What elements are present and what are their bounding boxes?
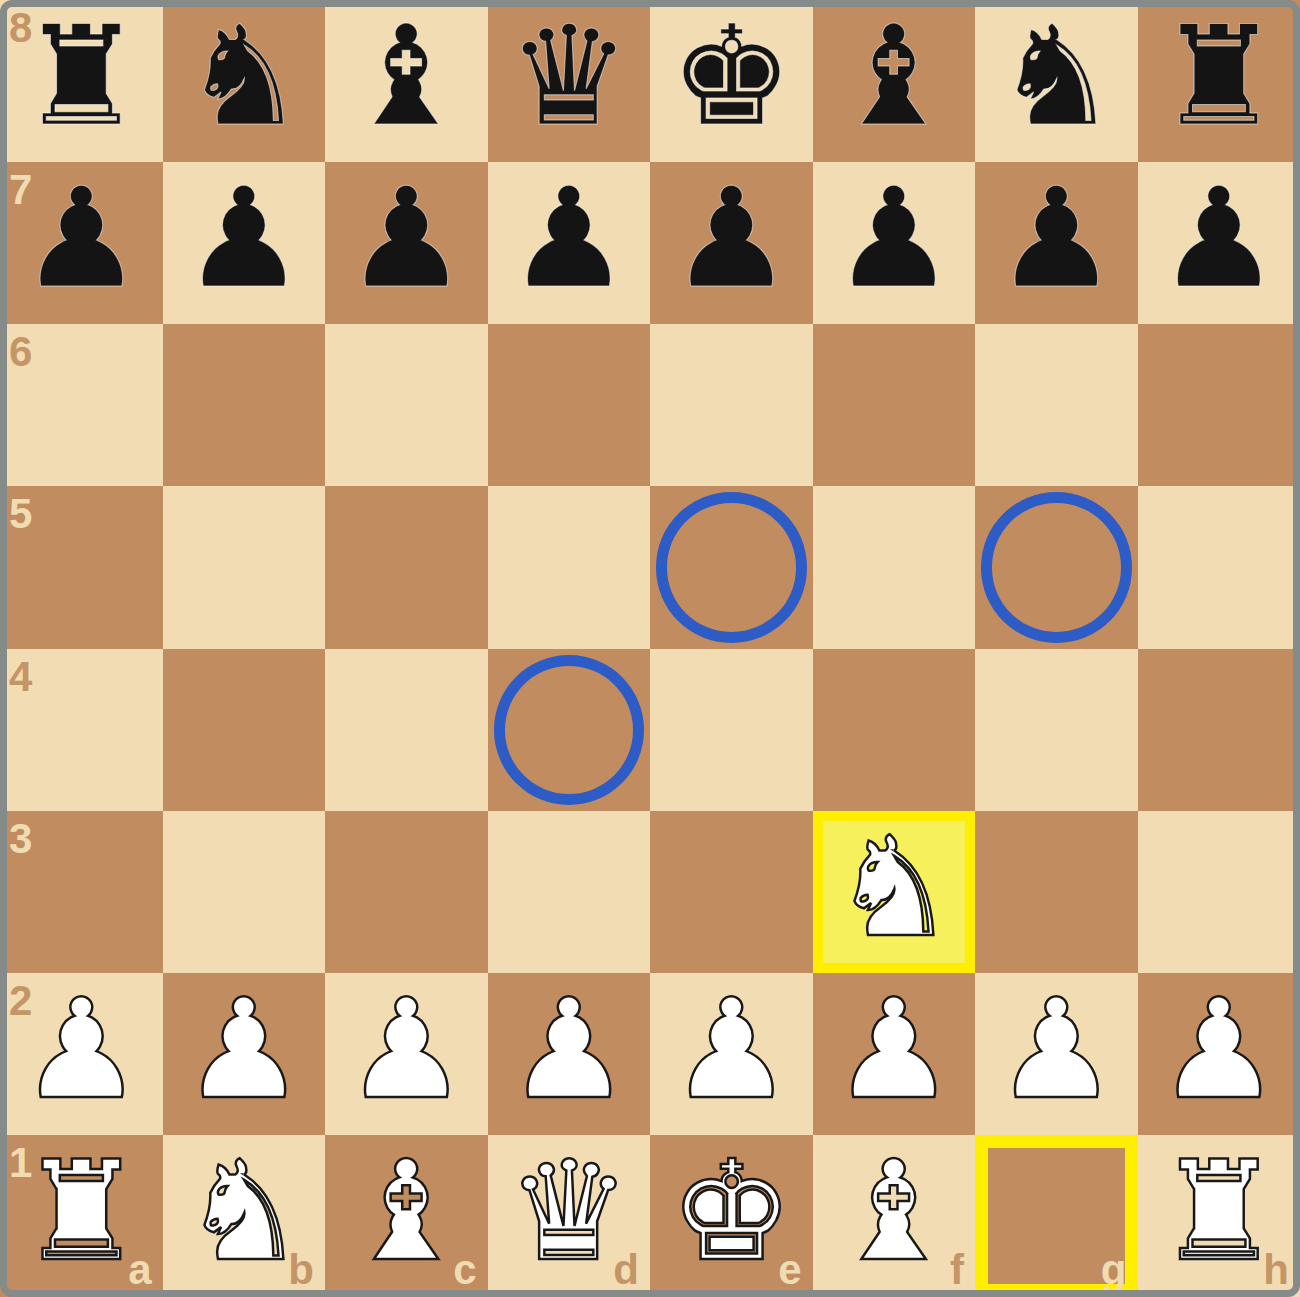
square-e5[interactable] — [650, 486, 813, 648]
piece-black-rook[interactable]: ♜ — [1157, 8, 1281, 146]
piece-black-pawn[interactable]: ♟ — [19, 170, 143, 308]
square-c3[interactable] — [325, 811, 488, 973]
square-c1[interactable]: ♝c — [325, 1135, 488, 1297]
square-a6[interactable]: 6 — [0, 324, 163, 486]
piece-white-rook[interactable]: ♜ — [1157, 1143, 1281, 1281]
piece-black-pawn[interactable]: ♟ — [832, 170, 956, 308]
piece-black-pawn[interactable]: ♟ — [182, 170, 306, 308]
piece-black-bishop[interactable]: ♝ — [832, 8, 956, 146]
piece-black-queen[interactable]: ♛ — [507, 8, 631, 146]
square-d4[interactable] — [488, 649, 651, 811]
square-d3[interactable] — [488, 811, 651, 973]
square-g4[interactable] — [975, 649, 1138, 811]
square-c7[interactable]: ♟ — [325, 162, 488, 324]
piece-black-pawn[interactable]: ♟ — [994, 170, 1118, 308]
square-f5[interactable] — [813, 486, 976, 648]
square-g5[interactable] — [975, 486, 1138, 648]
piece-black-pawn[interactable]: ♟ — [507, 170, 631, 308]
square-b8[interactable]: ♞ — [163, 0, 326, 162]
square-f8[interactable]: ♝ — [813, 0, 976, 162]
piece-black-king[interactable]: ♚ — [669, 8, 793, 146]
piece-white-queen[interactable]: ♛ — [507, 1143, 631, 1281]
square-c5[interactable] — [325, 486, 488, 648]
square-b7[interactable]: ♟ — [163, 162, 326, 324]
square-e6[interactable] — [650, 324, 813, 486]
square-g3[interactable] — [975, 811, 1138, 973]
square-h5[interactable] — [1138, 486, 1300, 648]
piece-black-pawn[interactable]: ♟ — [344, 170, 468, 308]
rank-label-5: 5 — [9, 493, 32, 535]
square-b2[interactable]: ♟ — [163, 973, 326, 1135]
rank-label-4: 4 — [9, 656, 32, 698]
square-f6[interactable] — [813, 324, 976, 486]
square-b5[interactable] — [163, 486, 326, 648]
square-a8[interactable]: ♜8 — [0, 0, 163, 162]
square-e7[interactable]: ♟ — [650, 162, 813, 324]
move-hint-ring-e5 — [656, 492, 807, 642]
piece-white-pawn[interactable]: ♟ — [19, 981, 143, 1119]
square-f2[interactable]: ♟ — [813, 973, 976, 1135]
piece-white-pawn[interactable]: ♟ — [832, 981, 956, 1119]
square-e8[interactable]: ♚ — [650, 0, 813, 162]
square-c8[interactable]: ♝ — [325, 0, 488, 162]
square-d7[interactable]: ♟ — [488, 162, 651, 324]
square-c4[interactable] — [325, 649, 488, 811]
piece-black-bishop[interactable]: ♝ — [344, 8, 468, 146]
square-d5[interactable] — [488, 486, 651, 648]
piece-white-pawn[interactable]: ♟ — [669, 981, 793, 1119]
piece-white-rook[interactable]: ♜ — [19, 1143, 143, 1281]
square-f3[interactable]: ♞ — [813, 811, 976, 973]
piece-black-pawn[interactable]: ♟ — [1157, 170, 1281, 308]
chess-board-wrapper: ♜8♞♝♛♚♝♞♜♟7♟♟♟♟♟♟♟6543♞♟2♟♟♟♟♟♟♟♜1a♞b♝c♛… — [0, 0, 1300, 1297]
square-h6[interactable] — [1138, 324, 1300, 486]
piece-white-king[interactable]: ♚ — [669, 1143, 793, 1281]
piece-black-knight[interactable]: ♞ — [182, 8, 306, 146]
square-c6[interactable] — [325, 324, 488, 486]
piece-white-bishop[interactable]: ♝ — [344, 1143, 468, 1281]
square-g6[interactable] — [975, 324, 1138, 486]
square-h2[interactable]: ♟ — [1138, 973, 1300, 1135]
square-h4[interactable] — [1138, 649, 1300, 811]
rank-label-6: 6 — [9, 331, 32, 373]
square-b4[interactable] — [163, 649, 326, 811]
square-a3[interactable]: 3 — [0, 811, 163, 973]
square-g1[interactable]: g — [975, 1135, 1138, 1297]
square-e4[interactable] — [650, 649, 813, 811]
square-a4[interactable]: 4 — [0, 649, 163, 811]
square-g7[interactable]: ♟ — [975, 162, 1138, 324]
piece-white-pawn[interactable]: ♟ — [507, 981, 631, 1119]
square-c2[interactable]: ♟ — [325, 973, 488, 1135]
square-a5[interactable]: 5 — [0, 486, 163, 648]
move-hint-ring-d4 — [494, 655, 645, 805]
square-h1[interactable]: ♜h — [1138, 1135, 1300, 1297]
piece-white-pawn[interactable]: ♟ — [182, 981, 306, 1119]
piece-black-pawn[interactable]: ♟ — [669, 170, 793, 308]
square-a7[interactable]: ♟7 — [0, 162, 163, 324]
square-b3[interactable] — [163, 811, 326, 973]
square-d8[interactable]: ♛ — [488, 0, 651, 162]
square-h3[interactable] — [1138, 811, 1300, 973]
square-a2[interactable]: ♟2 — [0, 973, 163, 1135]
square-e3[interactable] — [650, 811, 813, 973]
square-e2[interactable]: ♟ — [650, 973, 813, 1135]
chess-board: ♜8♞♝♛♚♝♞♜♟7♟♟♟♟♟♟♟6543♞♟2♟♟♟♟♟♟♟♜1a♞b♝c♛… — [0, 0, 1300, 1297]
square-d1[interactable]: ♛d — [488, 1135, 651, 1297]
rank-label-3: 3 — [9, 818, 32, 860]
piece-white-knight[interactable]: ♞ — [832, 819, 956, 957]
file-label-g: g — [1101, 1249, 1127, 1291]
piece-white-bishop[interactable]: ♝ — [832, 1143, 956, 1281]
square-d6[interactable] — [488, 324, 651, 486]
square-h7[interactable]: ♟ — [1138, 162, 1300, 324]
square-d2[interactable]: ♟ — [488, 973, 651, 1135]
piece-white-pawn[interactable]: ♟ — [344, 981, 468, 1119]
square-b6[interactable] — [163, 324, 326, 486]
piece-white-pawn[interactable]: ♟ — [994, 981, 1118, 1119]
square-b1[interactable]: ♞b — [163, 1135, 326, 1297]
piece-black-knight[interactable]: ♞ — [994, 8, 1118, 146]
square-g8[interactable]: ♞ — [975, 0, 1138, 162]
square-f7[interactable]: ♟ — [813, 162, 976, 324]
piece-white-pawn[interactable]: ♟ — [1157, 981, 1281, 1119]
square-f1[interactable]: ♝f — [813, 1135, 976, 1297]
square-g2[interactable]: ♟ — [975, 973, 1138, 1135]
piece-white-knight[interactable]: ♞ — [182, 1143, 306, 1281]
square-h8[interactable]: ♜ — [1138, 0, 1300, 162]
square-e1[interactable]: ♚e — [650, 1135, 813, 1297]
move-hint-ring-g5 — [981, 492, 1132, 642]
square-a1[interactable]: ♜1a — [0, 1135, 163, 1297]
piece-black-rook[interactable]: ♜ — [19, 8, 143, 146]
square-f4[interactable] — [813, 649, 976, 811]
